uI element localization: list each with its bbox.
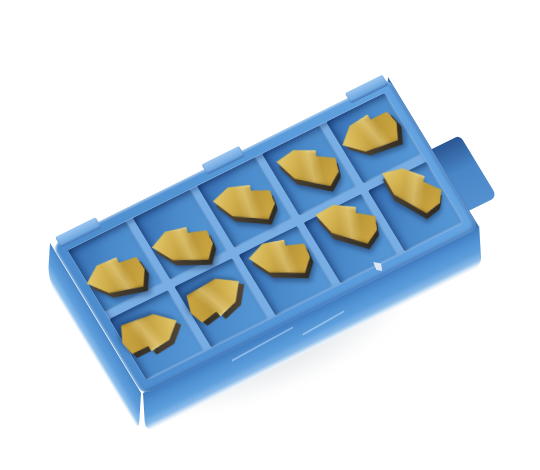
cutting-insert	[80, 252, 151, 300]
insert-top-face	[211, 183, 276, 221]
cutting-insert	[334, 106, 406, 161]
insert-top-face	[246, 239, 313, 275]
insert-top-face	[148, 226, 216, 264]
cutting-insert	[313, 197, 379, 246]
cutting-insert	[276, 144, 340, 189]
cutting-insert	[246, 239, 313, 275]
cutting-insert	[211, 183, 276, 221]
cutting-insert	[376, 157, 447, 218]
cutting-insert	[148, 226, 216, 264]
cutting-insert	[179, 267, 250, 328]
cutting-insert	[114, 304, 186, 359]
scratch-mark	[303, 310, 345, 336]
product-photo-scene	[0, 0, 540, 470]
